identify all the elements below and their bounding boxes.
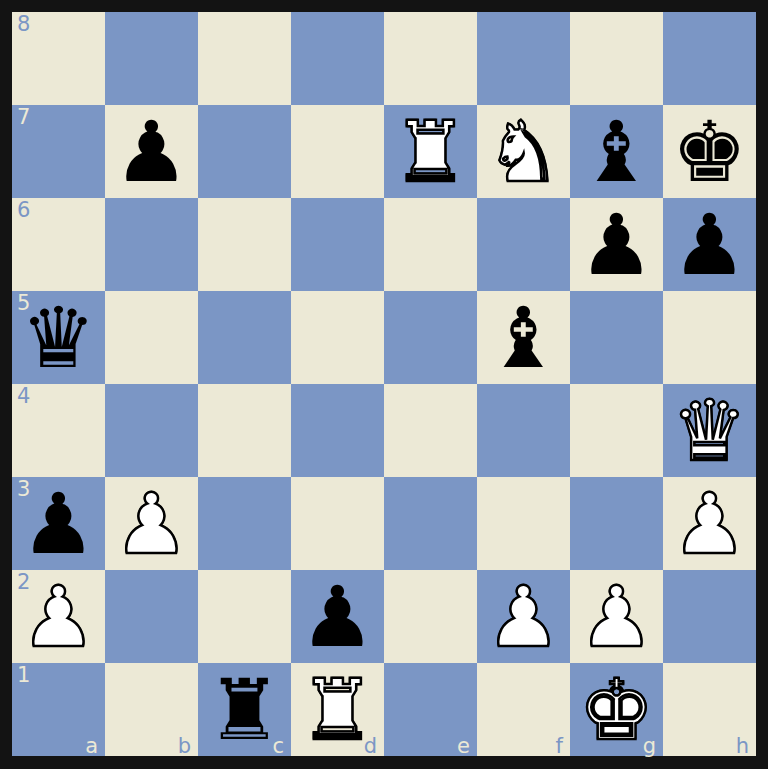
square-e7[interactable]: ♜ [384,105,477,198]
square-f1[interactable]: f [477,663,570,756]
file-label-b: b [178,735,191,758]
white-knight[interactable]: ♞ [477,105,570,198]
square-d3[interactable] [291,477,384,570]
square-c5[interactable] [198,291,291,384]
black-pawn[interactable]: ♟ [12,477,105,570]
file-label-a: a [85,735,98,758]
file-label-f: f [556,735,563,758]
chessboard[interactable]: 87♟♜♞♝♚6♟♟5♛♝4♛3♟♟♟2♟♟♟♟1abc♜d♜efg♚h [12,12,756,756]
square-f4[interactable] [477,384,570,477]
black-queen[interactable]: ♛ [12,291,105,384]
square-b5[interactable] [105,291,198,384]
black-rook[interactable]: ♜ [198,663,291,756]
chessboard-frame: 87♟♜♞♝♚6♟♟5♛♝4♛3♟♟♟2♟♟♟♟1abc♜d♜efg♚h [0,0,768,769]
white-king[interactable]: ♚ [570,663,663,756]
rank-label-7: 7 [17,106,30,129]
black-pawn[interactable]: ♟ [105,105,198,198]
square-e5[interactable] [384,291,477,384]
rank-label-6: 6 [17,199,30,222]
square-h7[interactable]: ♚ [663,105,756,198]
black-bishop[interactable]: ♝ [477,291,570,384]
black-pawn[interactable]: ♟ [291,570,384,663]
square-d1[interactable]: d♜ [291,663,384,756]
square-b8[interactable] [105,12,198,105]
square-d5[interactable] [291,291,384,384]
square-f8[interactable] [477,12,570,105]
square-d8[interactable] [291,12,384,105]
white-rook[interactable]: ♜ [384,105,477,198]
white-pawn[interactable]: ♟ [12,570,105,663]
square-a8[interactable]: 8 [12,12,105,105]
square-c6[interactable] [198,198,291,291]
square-e4[interactable] [384,384,477,477]
square-c1[interactable]: c♜ [198,663,291,756]
square-b2[interactable] [105,570,198,663]
white-queen[interactable]: ♛ [663,384,756,477]
square-a2[interactable]: 2♟ [12,570,105,663]
square-a7[interactable]: 7 [12,105,105,198]
square-h6[interactable]: ♟ [663,198,756,291]
square-g5[interactable] [570,291,663,384]
black-king[interactable]: ♚ [663,105,756,198]
square-h4[interactable]: ♛ [663,384,756,477]
square-c7[interactable] [198,105,291,198]
rank-label-4: 4 [17,385,30,408]
square-d2[interactable]: ♟ [291,570,384,663]
square-h3[interactable]: ♟ [663,477,756,570]
square-d7[interactable] [291,105,384,198]
square-e1[interactable]: e [384,663,477,756]
square-g4[interactable] [570,384,663,477]
square-c8[interactable] [198,12,291,105]
square-e8[interactable] [384,12,477,105]
square-g8[interactable] [570,12,663,105]
square-d4[interactable] [291,384,384,477]
square-a3[interactable]: 3♟ [12,477,105,570]
square-a6[interactable]: 6 [12,198,105,291]
black-bishop[interactable]: ♝ [570,105,663,198]
square-b4[interactable] [105,384,198,477]
black-pawn[interactable]: ♟ [663,198,756,291]
square-a4[interactable]: 4 [12,384,105,477]
square-b6[interactable] [105,198,198,291]
square-g2[interactable]: ♟ [570,570,663,663]
square-a1[interactable]: 1a [12,663,105,756]
file-label-h: h [736,735,749,758]
rank-label-8: 8 [17,13,30,36]
square-g6[interactable]: ♟ [570,198,663,291]
square-e6[interactable] [384,198,477,291]
black-pawn[interactable]: ♟ [570,198,663,291]
square-f7[interactable]: ♞ [477,105,570,198]
square-f3[interactable] [477,477,570,570]
square-a5[interactable]: 5♛ [12,291,105,384]
square-g1[interactable]: g♚ [570,663,663,756]
square-g7[interactable]: ♝ [570,105,663,198]
white-rook[interactable]: ♜ [291,663,384,756]
square-g3[interactable] [570,477,663,570]
square-h5[interactable] [663,291,756,384]
square-c2[interactable] [198,570,291,663]
square-f6[interactable] [477,198,570,291]
square-d6[interactable] [291,198,384,291]
square-f5[interactable]: ♝ [477,291,570,384]
rank-label-1: 1 [17,664,30,687]
square-h8[interactable] [663,12,756,105]
white-pawn[interactable]: ♟ [105,477,198,570]
square-b1[interactable]: b [105,663,198,756]
square-h1[interactable]: h [663,663,756,756]
white-pawn[interactable]: ♟ [663,477,756,570]
square-f2[interactable]: ♟ [477,570,570,663]
file-label-e: e [457,735,470,758]
white-pawn[interactable]: ♟ [570,570,663,663]
square-e2[interactable] [384,570,477,663]
square-b7[interactable]: ♟ [105,105,198,198]
square-e3[interactable] [384,477,477,570]
white-pawn[interactable]: ♟ [477,570,570,663]
square-b3[interactable]: ♟ [105,477,198,570]
square-h2[interactable] [663,570,756,663]
square-c3[interactable] [198,477,291,570]
square-c4[interactable] [198,384,291,477]
